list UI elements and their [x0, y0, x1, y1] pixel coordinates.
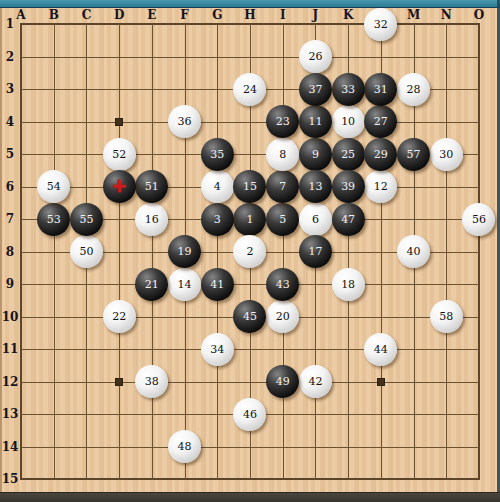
- star-point: [377, 378, 385, 386]
- row-label: 5: [1, 148, 19, 160]
- row-label: 12: [1, 376, 19, 388]
- stone: 53: [37, 203, 70, 236]
- row-label: 10: [1, 311, 19, 323]
- last-move-marker-icon: ✛: [112, 179, 125, 195]
- column-label: G: [208, 9, 226, 21]
- column-label: D: [110, 9, 128, 21]
- stone: 23: [266, 105, 299, 138]
- grid-line: [21, 447, 479, 448]
- stone: 25: [332, 138, 365, 171]
- stone: 50: [70, 235, 103, 268]
- stone: 57: [397, 138, 430, 171]
- stone-number: 53: [47, 214, 61, 225]
- stone-number: 35: [210, 149, 224, 160]
- stone-number: 27: [374, 116, 388, 127]
- stone: 4: [201, 170, 234, 203]
- stone-number: 13: [308, 181, 322, 192]
- stone-number: 41: [210, 279, 224, 290]
- stone-last-move: ✛: [103, 170, 136, 203]
- stone: 35: [201, 138, 234, 171]
- row-label: 3: [1, 83, 19, 95]
- stone-number: 58: [439, 311, 453, 322]
- column-label: E: [143, 9, 161, 21]
- stone-number: 48: [178, 441, 192, 452]
- stone-number: 36: [178, 116, 192, 127]
- star-point: [115, 118, 123, 126]
- row-label: 11: [1, 343, 19, 355]
- stone-number: 8: [279, 149, 286, 160]
- column-label: F: [176, 9, 194, 21]
- row-label: 9: [1, 278, 19, 290]
- column-label: O: [470, 9, 488, 21]
- row-label: 6: [1, 181, 19, 193]
- stone: 1: [233, 203, 266, 236]
- stone: 16: [135, 203, 168, 236]
- stone: 21: [135, 268, 168, 301]
- stone: 44: [364, 333, 397, 366]
- stone: 6: [299, 203, 332, 236]
- stone: 11: [299, 105, 332, 138]
- stone: 41: [201, 268, 234, 301]
- stone-number: 14: [178, 279, 192, 290]
- stone: 56: [462, 203, 495, 236]
- stone: 40: [397, 235, 430, 268]
- row-label: 7: [1, 213, 19, 225]
- stone: 31: [364, 73, 397, 106]
- stone-number: 38: [145, 376, 159, 387]
- stone-number: 5: [279, 214, 286, 225]
- stone-number: 47: [341, 214, 355, 225]
- stone: 26: [299, 40, 332, 73]
- window-titlebar: [0, 0, 500, 8]
- stone-number: 45: [243, 311, 257, 322]
- stone: 8: [266, 138, 299, 171]
- stone-number: 7: [279, 181, 286, 192]
- stone-number: 57: [407, 149, 421, 160]
- stone: 43: [266, 268, 299, 301]
- stone-number: 39: [341, 181, 355, 192]
- stone-number: 18: [341, 279, 355, 290]
- stone: 24: [233, 73, 266, 106]
- column-label: J: [306, 9, 324, 21]
- row-label: 2: [1, 51, 19, 63]
- stone: 22: [103, 300, 136, 333]
- stone: 48: [168, 430, 201, 463]
- stone: 5: [266, 203, 299, 236]
- column-label: C: [77, 9, 95, 21]
- stone-number: 10: [341, 116, 355, 127]
- stone-number: 46: [243, 409, 257, 420]
- stone-number: 28: [407, 84, 421, 95]
- stone: 55: [70, 203, 103, 236]
- stone-number: 30: [439, 149, 453, 160]
- stone: 36: [168, 105, 201, 138]
- stone-number: 1: [246, 214, 253, 225]
- stone-number: 29: [374, 149, 388, 160]
- stone-number: 51: [145, 181, 159, 192]
- stone-number: 49: [276, 376, 290, 387]
- stone-number: 25: [341, 149, 355, 160]
- stone: 29: [364, 138, 397, 171]
- stone-number: 16: [145, 214, 159, 225]
- stone: 7: [266, 170, 299, 203]
- stone: 3: [201, 203, 234, 236]
- stone: 20: [266, 300, 299, 333]
- stone: 33: [332, 73, 365, 106]
- stone-number: 40: [407, 246, 421, 257]
- stone-number: 43: [276, 279, 290, 290]
- stone: 14: [168, 268, 201, 301]
- column-label: K: [339, 9, 357, 21]
- stone: 58: [430, 300, 463, 333]
- stone: 28: [397, 73, 430, 106]
- stone-number: 52: [112, 149, 126, 160]
- grid-line: [21, 57, 479, 58]
- row-label: 13: [1, 408, 19, 420]
- stone: 49: [266, 365, 299, 398]
- stone-number: 56: [472, 214, 486, 225]
- stone-number: 44: [374, 344, 388, 355]
- stone-number: 50: [79, 246, 93, 257]
- row-label: 14: [1, 441, 19, 453]
- game-window: ABCDEFGHIJKLMNO1234567891011121314151234…: [0, 0, 500, 502]
- stone-number: 15: [243, 181, 257, 192]
- row-label: 15: [1, 473, 19, 485]
- stone-number: 23: [276, 116, 290, 127]
- stone: 17: [299, 235, 332, 268]
- stone-number: 54: [47, 181, 61, 192]
- stone: 13: [299, 170, 332, 203]
- stone: 30: [430, 138, 463, 171]
- stone-number: 6: [312, 214, 319, 225]
- stone-number: 17: [308, 246, 322, 257]
- stone-number: 31: [374, 84, 388, 95]
- stone-number: 19: [178, 246, 192, 257]
- stone: 54: [37, 170, 70, 203]
- stone-number: 2: [246, 246, 253, 257]
- column-label: H: [241, 9, 259, 21]
- stone-number: 9: [312, 149, 319, 160]
- stone: 10: [332, 105, 365, 138]
- stone-number: 21: [145, 279, 159, 290]
- stone-number: 55: [79, 214, 93, 225]
- stone: 19: [168, 235, 201, 268]
- stone-number: 32: [374, 19, 388, 30]
- stone-number: 33: [341, 84, 355, 95]
- stone: 42: [299, 365, 332, 398]
- stone-number: 4: [214, 181, 221, 192]
- stone: 39: [332, 170, 365, 203]
- stone-number: 3: [214, 214, 221, 225]
- stone-number: 20: [276, 311, 290, 322]
- column-label: M: [405, 9, 423, 21]
- grid-line: [21, 382, 479, 383]
- row-label: 4: [1, 116, 19, 128]
- stone-number: 11: [308, 116, 322, 127]
- grid-line: [21, 284, 479, 285]
- stone: 32: [364, 8, 397, 41]
- stone-number: 26: [308, 51, 322, 62]
- stone: 47: [332, 203, 365, 236]
- stone: 34: [201, 333, 234, 366]
- stone-number: 34: [210, 344, 224, 355]
- stone: 18: [332, 268, 365, 301]
- window-bottombar: [0, 492, 500, 502]
- goban[interactable]: ABCDEFGHIJKLMNO1234567891011121314151234…: [0, 0, 500, 502]
- column-label: B: [45, 9, 63, 21]
- stone-number: 24: [243, 84, 257, 95]
- row-label: 1: [1, 18, 19, 30]
- column-label: I: [274, 9, 292, 21]
- stone: 46: [233, 398, 266, 431]
- stone-number: 37: [308, 84, 322, 95]
- column-label: N: [437, 9, 455, 21]
- stone-number: 22: [112, 311, 126, 322]
- grid-line: [21, 122, 479, 123]
- star-point: [115, 378, 123, 386]
- grid-line: [21, 349, 479, 350]
- board-left-edge: [0, 8, 2, 502]
- stone: 52: [103, 138, 136, 171]
- stone-number: 12: [374, 181, 388, 192]
- row-label: 8: [1, 246, 19, 258]
- stone-number: 42: [308, 376, 322, 387]
- stone: 37: [299, 73, 332, 106]
- stone: 9: [299, 138, 332, 171]
